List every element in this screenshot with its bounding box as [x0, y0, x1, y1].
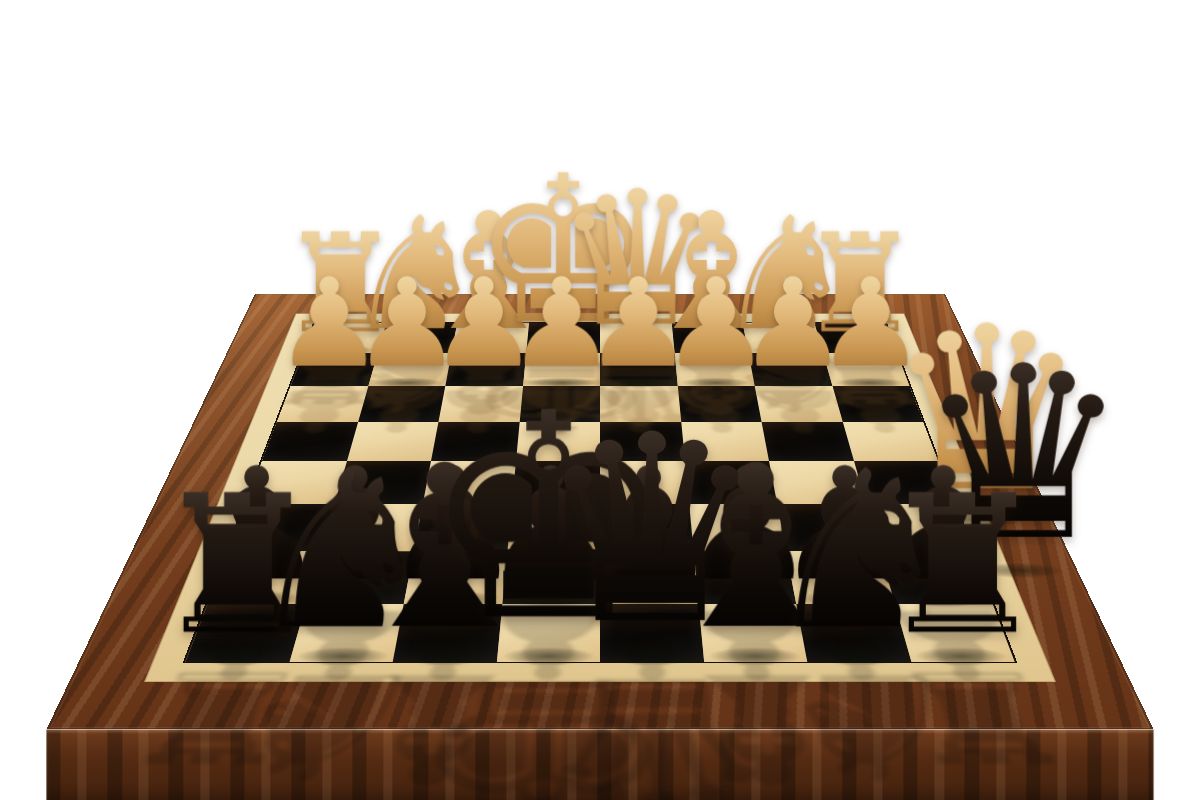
square-a8: ♜ — [894, 604, 1014, 662]
board-front-edge — [46, 729, 1153, 800]
black-rook: ♜ — [877, 469, 1048, 660]
product-photo-stage: ♜♞♝♚♛♝♞♜♟♟♟♟♟♟♟♟♟♟♟♟♟♟♟♟♜♞♝♚♛♝♞♜ ♜♞♝♚♛♝♞… — [0, 0, 1200, 800]
perspective-scene: ♜♞♝♚♛♝♞♜♟♟♟♟♟♟♟♟♟♟♟♟♟♟♟♟♜♞♝♚♛♝♞♜ ♜♞♝♚♛♝♞… — [0, 0, 1200, 800]
chessboard: ♜♞♝♚♛♝♞♜♟♟♟♟♟♟♟♟♟♟♟♟♟♟♟♟♜♞♝♚♛♝♞♜ ♜♞♝♚♛♝♞… — [46, 294, 1153, 730]
